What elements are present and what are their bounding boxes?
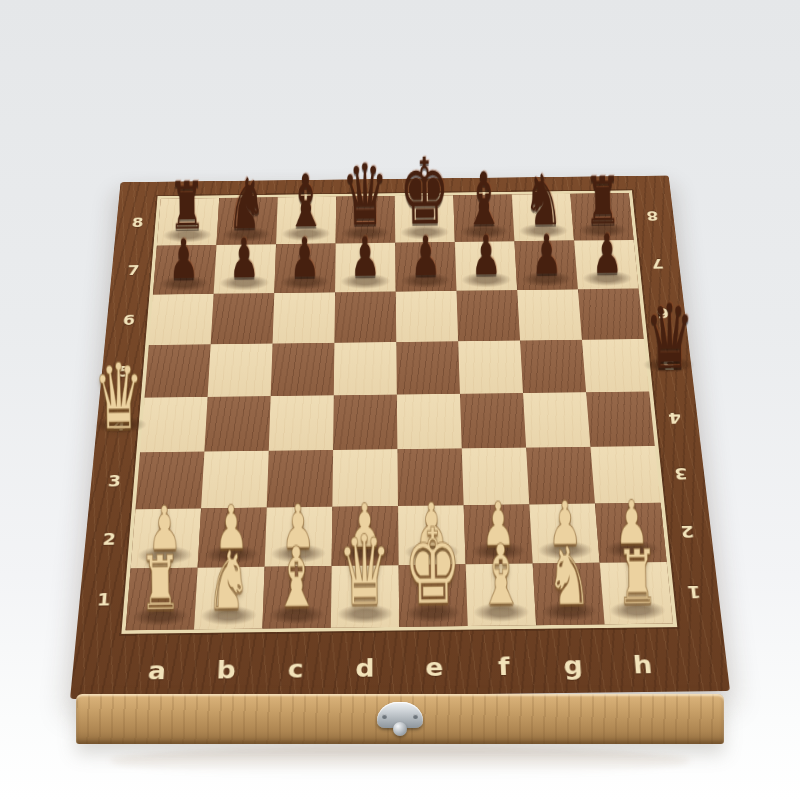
square-e1[interactable]: ♚ xyxy=(399,564,468,627)
square-b5[interactable] xyxy=(208,344,273,397)
rank-label-7-left: 7 xyxy=(110,246,157,295)
piece-black-queen-d8: ♛ xyxy=(341,158,388,234)
board-tilt: ♜♞♝♛♚♝♞♜♟♟♟♟♟♟♟♟♟♟♟♟♟♟♟♟♜♞♝♛♚♝♞♜ abcdefg… xyxy=(70,176,730,700)
piece-white-queen-d1: ♛ xyxy=(337,527,391,615)
chess-set-photo: ♜♞♝♛♚♝♞♜♟♟♟♟♟♟♟♟♟♟♟♟♟♟♟♟♜♞♝♛♚♝♞♜ abcdefg… xyxy=(0,0,800,800)
rank-label-3-left: 3 xyxy=(89,452,141,509)
piece-white-knight-b1: ♞ xyxy=(206,544,251,617)
square-d5[interactable] xyxy=(334,342,397,395)
square-c7[interactable]: ♟ xyxy=(274,244,335,293)
playing-area: ♜♞♝♛♚♝♞♜♟♟♟♟♟♟♟♟♟♟♟♟♟♟♟♟♜♞♝♛♚♝♞♜ xyxy=(126,193,673,630)
square-f5[interactable] xyxy=(458,341,523,394)
square-e6[interactable] xyxy=(396,291,458,342)
file-label-e: e xyxy=(400,652,470,682)
rank-label-1-left: 1 xyxy=(77,568,131,630)
square-c4[interactable] xyxy=(269,395,334,450)
piece-white-rook-h1: ♜ xyxy=(616,543,658,611)
square-g1[interactable]: ♞ xyxy=(533,563,605,625)
extra-white-queen: ♛ xyxy=(93,356,144,438)
file-label-f: f xyxy=(469,652,540,682)
rank-label-7-right: 7 xyxy=(634,239,682,288)
rank-label-8-left: 8 xyxy=(114,199,160,246)
square-a7[interactable]: ♟ xyxy=(153,245,217,294)
box-front-panel xyxy=(76,694,724,744)
square-f4[interactable] xyxy=(460,393,526,448)
square-g6[interactable] xyxy=(517,289,582,340)
square-e5[interactable] xyxy=(396,341,460,394)
file-label-b: b xyxy=(191,655,262,685)
rank-label-6-right: 6 xyxy=(639,288,688,339)
piece-white-rook-a1: ♜ xyxy=(139,549,181,617)
square-g4[interactable] xyxy=(523,392,590,447)
rank-label-4-right: 4 xyxy=(649,391,701,446)
file-label-c: c xyxy=(260,654,330,684)
square-a6[interactable] xyxy=(149,294,214,345)
piece-white-bishop-f1: ♝ xyxy=(477,538,524,614)
rank-label-8-right: 8 xyxy=(629,193,676,240)
file-labels: abcdefgh xyxy=(121,650,679,685)
rank-label-6-left: 6 xyxy=(105,294,153,345)
latch-screw xyxy=(413,714,418,719)
square-c6[interactable] xyxy=(273,292,336,343)
chess-board: ♜♞♝♛♚♝♞♜♟♟♟♟♟♟♟♟♟♟♟♟♟♟♟♟♜♞♝♛♚♝♞♜ abcdefg… xyxy=(70,176,730,700)
rank-label-5-right: 5 xyxy=(644,338,694,391)
rank-label-3-right: 3 xyxy=(655,445,708,502)
square-a4[interactable] xyxy=(140,397,208,452)
square-d6[interactable] xyxy=(334,291,396,342)
file-label-a: a xyxy=(121,656,192,686)
square-e7[interactable]: ♟ xyxy=(395,242,456,291)
square-a5[interactable] xyxy=(145,344,211,397)
square-e4[interactable] xyxy=(397,394,462,449)
piece-white-king-e1: ♚ xyxy=(403,519,462,614)
piece-white-bishop-c1: ♝ xyxy=(273,540,320,616)
rank-label-2-right: 2 xyxy=(661,502,715,562)
square-d1[interactable]: ♛ xyxy=(331,565,399,628)
piece-black-pawn-d7: ♟ xyxy=(350,232,381,282)
piece-black-pawn-e7: ♟ xyxy=(410,232,441,282)
rank-label-2-left: 2 xyxy=(83,509,136,569)
piece-black-king-e8: ♚ xyxy=(399,150,450,233)
square-g7[interactable]: ♟ xyxy=(514,241,577,290)
piece-black-pawn-c7: ♟ xyxy=(289,233,320,283)
latch-clasp-icon xyxy=(377,702,423,728)
square-d4[interactable] xyxy=(333,395,397,450)
square-f6[interactable] xyxy=(456,290,520,341)
square-h5[interactable] xyxy=(582,339,649,392)
square-d7[interactable]: ♟ xyxy=(335,243,396,292)
piece-black-pawn-a7: ♟ xyxy=(168,235,199,285)
square-f7[interactable]: ♟ xyxy=(455,241,517,290)
square-c5[interactable] xyxy=(271,343,335,396)
piece-black-pawn-b7: ♟ xyxy=(229,234,260,284)
square-h7[interactable]: ♟ xyxy=(574,240,639,289)
latch-screw xyxy=(382,714,387,719)
latch-knob xyxy=(393,722,407,736)
table-reflection xyxy=(110,746,690,776)
piece-black-pawn-f7: ♟ xyxy=(471,231,502,281)
file-label-h: h xyxy=(607,650,679,679)
rank-label-1-right: 1 xyxy=(667,561,722,623)
square-f1[interactable]: ♝ xyxy=(466,564,536,626)
file-label-g: g xyxy=(538,651,609,680)
square-h4[interactable] xyxy=(586,391,655,446)
square-b7[interactable]: ♟ xyxy=(214,244,276,293)
square-b4[interactable] xyxy=(204,396,270,451)
piece-white-knight-g1: ♞ xyxy=(546,539,591,612)
piece-black-pawn-g7: ♟ xyxy=(531,230,562,280)
square-b1[interactable]: ♞ xyxy=(194,567,265,630)
square-a1[interactable]: ♜ xyxy=(126,568,198,631)
piece-black-pawn-h7: ♟ xyxy=(592,229,623,279)
square-g5[interactable] xyxy=(520,340,586,393)
square-b6[interactable] xyxy=(211,293,275,344)
file-label-d: d xyxy=(330,653,400,683)
board-scene: ♜♞♝♛♚♝♞♜♟♟♟♟♟♟♟♟♟♟♟♟♟♟♟♟♜♞♝♛♚♝♞♜ abcdefg… xyxy=(0,0,800,700)
square-h6[interactable] xyxy=(578,289,644,340)
square-h1[interactable]: ♜ xyxy=(600,562,673,624)
square-c1[interactable]: ♝ xyxy=(262,566,331,629)
